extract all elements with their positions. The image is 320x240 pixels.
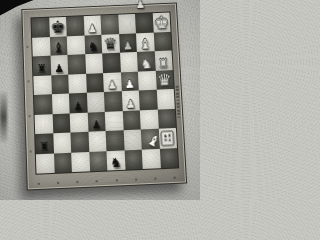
black-pawn-c5: ♟ — [91, 119, 101, 130]
square-b7 — [53, 133, 71, 153]
black-rook-f8: ♜ — [36, 62, 47, 74]
square-d3: ♟ — [121, 90, 139, 110]
square-e8 — [33, 75, 51, 95]
frame-brand-text-illegible — [176, 86, 181, 120]
black-knight-a4: ♞ — [110, 156, 122, 170]
square-f1: ♜ — [154, 50, 172, 70]
square-e6 — [68, 73, 86, 93]
square-g3: ♟ — [119, 33, 137, 53]
square-g8 — [32, 37, 50, 57]
square-h1: ♚ — [152, 12, 170, 32]
table-edge-shadow — [0, 92, 7, 142]
square-a7 — [53, 152, 71, 173]
square-f7: ♟ — [50, 55, 68, 75]
square-g4: ♛ — [101, 34, 119, 54]
square-e7 — [51, 74, 69, 94]
square-f3 — [120, 52, 138, 72]
square-b8: ♜ — [35, 133, 53, 153]
white-pawn-h5: ♟ — [87, 23, 97, 34]
square-c7 — [52, 113, 70, 133]
square-b5 — [88, 131, 106, 151]
square-h5: ♟ — [83, 15, 101, 35]
square-d7 — [51, 93, 69, 113]
square-d8 — [34, 94, 52, 114]
chess-board: ♚♟♚♝♞♛♟♝♜♟♞♜♟♟♛♟♟♟♜♝♞♜♛♝♞ ♟ — [21, 2, 187, 190]
square-f8: ♜ — [33, 56, 51, 76]
square-d6: ♟ — [69, 93, 87, 113]
square-d4 — [104, 91, 122, 111]
square-g7: ♝ — [49, 36, 67, 56]
square-f6 — [67, 54, 85, 74]
board-grid: ♚♟♚♝♞♛♟♝♜♟♞♜♟♟♛♟♟♟♜♝♞♜♛♝♞ — [30, 11, 179, 174]
frame-coordinate-marks-bottom — [38, 176, 176, 186]
square-f5 — [85, 53, 103, 73]
black-knight-g5: ♞ — [87, 40, 99, 53]
white-pawn-d3: ♟ — [126, 98, 136, 109]
square-h6 — [66, 16, 84, 36]
square-h7: ♚ — [49, 17, 67, 37]
black-king-h7: ♚ — [50, 18, 66, 35]
square-h3 — [118, 14, 136, 34]
board-maker-logo: ♞♜♛♝ — [161, 130, 175, 146]
square-b6 — [70, 132, 88, 152]
square-a4: ♞ — [106, 150, 125, 171]
square-c6 — [70, 112, 88, 132]
square-b4 — [106, 130, 125, 150]
square-e3: ♟ — [120, 71, 138, 91]
square-c8 — [35, 114, 53, 134]
black-bishop-g7: ♝ — [52, 40, 65, 54]
square-a1 — [159, 148, 178, 169]
square-b3 — [123, 129, 142, 149]
square-g5: ♞ — [84, 34, 102, 54]
black-queen-g4: ♛ — [103, 36, 118, 52]
square-e5 — [86, 73, 104, 93]
square-c4 — [105, 111, 123, 131]
white-pawn-g3: ♟ — [123, 40, 133, 51]
white-queen-e1: ♛ — [157, 72, 172, 88]
black-pawn-d6: ♟ — [73, 100, 83, 111]
black-pawn-f7: ♟ — [54, 62, 64, 73]
square-d5 — [86, 92, 104, 112]
square-e1: ♛ — [155, 70, 173, 90]
photo-canvas: { "game": "chess", "scene": "black-and-w… — [0, 0, 200, 200]
square-e4: ♟ — [103, 72, 121, 92]
white-pawn-e4: ♟ — [107, 79, 117, 90]
square-f4 — [102, 53, 120, 73]
square-d1 — [156, 89, 175, 109]
square-a8 — [36, 153, 54, 174]
square-g1 — [153, 31, 171, 51]
black-rook-b8: ♜ — [39, 140, 50, 153]
white-pawn-e3: ♟ — [125, 79, 135, 90]
square-g6 — [67, 35, 85, 55]
square-a6 — [71, 151, 89, 172]
square-b1: ♞♜♛♝ — [158, 128, 177, 148]
square-h8 — [31, 18, 49, 38]
square-c1 — [157, 108, 176, 128]
white-rook-f1: ♜ — [158, 57, 169, 69]
white-king-h1: ♚ — [153, 14, 169, 31]
square-c5: ♟ — [87, 111, 105, 131]
square-c3 — [122, 110, 141, 130]
square-h4 — [100, 15, 118, 35]
square-a3 — [124, 149, 143, 170]
square-a5 — [89, 151, 108, 172]
